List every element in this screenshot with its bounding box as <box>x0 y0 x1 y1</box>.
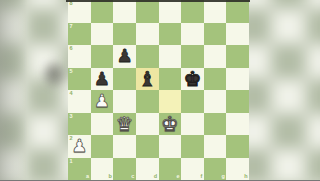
square-e7[interactable] <box>159 23 182 46</box>
rank-label-6: 6 <box>70 46 73 52</box>
square-f3[interactable] <box>181 113 204 136</box>
square-d2[interactable] <box>136 135 159 158</box>
piece-white-queen[interactable]: ♛ <box>113 113 136 136</box>
square-d6[interactable] <box>136 45 159 68</box>
square-d3[interactable] <box>136 113 159 136</box>
square-e5[interactable] <box>159 68 182 91</box>
square-f6[interactable] <box>181 45 204 68</box>
square-d7[interactable] <box>136 23 159 46</box>
file-label-f: f <box>200 174 202 180</box>
square-f7[interactable] <box>181 23 204 46</box>
square-g1[interactable]: g <box>204 158 227 181</box>
piece-black-pawn[interactable]: ♟ <box>91 68 114 91</box>
square-g5[interactable] <box>204 68 227 91</box>
square-h7[interactable] <box>226 23 249 46</box>
piece-white-pawn[interactable]: ♟ <box>68 135 91 158</box>
rank-label-5: 5 <box>70 69 73 75</box>
square-a6[interactable]: 6 <box>68 45 91 68</box>
square-e6[interactable] <box>159 45 182 68</box>
square-g7[interactable] <box>204 23 227 46</box>
square-e3[interactable]: ♚ <box>159 113 182 136</box>
square-d8[interactable] <box>136 0 159 23</box>
piece-black-king[interactable]: ♚ <box>181 68 204 91</box>
square-f1[interactable]: f <box>181 158 204 181</box>
chess-board: 876♟5♟♝♚4♟3♛♚2♟1abcdefgh <box>68 0 249 180</box>
square-c1[interactable]: c <box>113 158 136 181</box>
file-label-c: c <box>131 174 134 180</box>
square-b3[interactable] <box>91 113 114 136</box>
square-g2[interactable] <box>204 135 227 158</box>
square-c2[interactable] <box>113 135 136 158</box>
square-a5[interactable]: 5 <box>68 68 91 91</box>
square-h6[interactable] <box>226 45 249 68</box>
file-label-e: e <box>177 174 180 180</box>
square-a8[interactable]: 8 <box>68 0 91 23</box>
square-f5[interactable]: ♚ <box>181 68 204 91</box>
video-frame: 876♟5♟♝♚4♟3♛♚2♟1abcdefgh <box>0 0 320 180</box>
rank-label-1: 1 <box>70 159 73 165</box>
square-c6[interactable]: ♟ <box>113 45 136 68</box>
square-f4[interactable] <box>181 90 204 113</box>
square-a2[interactable]: 2♟ <box>68 135 91 158</box>
square-c7[interactable] <box>113 23 136 46</box>
square-c3[interactable]: ♛ <box>113 113 136 136</box>
rank-label-7: 7 <box>70 24 73 30</box>
square-c5[interactable] <box>113 68 136 91</box>
square-d4[interactable] <box>136 90 159 113</box>
square-a4[interactable]: 4 <box>68 90 91 113</box>
square-h2[interactable] <box>226 135 249 158</box>
square-b2[interactable] <box>91 135 114 158</box>
square-h3[interactable] <box>226 113 249 136</box>
piece-white-king[interactable]: ♚ <box>159 113 182 136</box>
square-e1[interactable]: e <box>159 158 182 181</box>
square-c4[interactable] <box>113 90 136 113</box>
square-g6[interactable] <box>204 45 227 68</box>
square-f8[interactable] <box>181 0 204 23</box>
square-h5[interactable] <box>226 68 249 91</box>
piece-black-bishop[interactable]: ♝ <box>136 68 159 91</box>
left-margin-shade <box>0 0 68 180</box>
square-d1[interactable]: d <box>136 158 159 181</box>
square-e2[interactable] <box>159 135 182 158</box>
square-g8[interactable] <box>204 0 227 23</box>
file-label-g: g <box>222 174 225 180</box>
square-b8[interactable] <box>91 0 114 23</box>
square-b1[interactable]: b <box>91 158 114 181</box>
square-a1[interactable]: 1a <box>68 158 91 181</box>
square-b6[interactable] <box>91 45 114 68</box>
rank-label-3: 3 <box>70 114 73 120</box>
square-a3[interactable]: 3 <box>68 113 91 136</box>
square-f2[interactable] <box>181 135 204 158</box>
file-label-a: a <box>86 174 89 180</box>
square-h1[interactable]: h <box>226 158 249 181</box>
rank-label-4: 4 <box>70 91 73 97</box>
square-g4[interactable] <box>204 90 227 113</box>
square-a7[interactable]: 7 <box>68 23 91 46</box>
square-h4[interactable] <box>226 90 249 113</box>
square-b7[interactable] <box>91 23 114 46</box>
square-b4[interactable]: ♟ <box>91 90 114 113</box>
square-d5[interactable]: ♝ <box>136 68 159 91</box>
square-e8[interactable] <box>159 0 182 23</box>
file-label-b: b <box>108 174 111 180</box>
square-b5[interactable]: ♟ <box>91 68 114 91</box>
piece-white-pawn[interactable]: ♟ <box>91 90 114 113</box>
file-label-h: h <box>244 174 247 180</box>
blurred-piece-shadow <box>40 58 68 90</box>
square-e4[interactable] <box>159 90 182 113</box>
square-g3[interactable] <box>204 113 227 136</box>
square-c8[interactable] <box>113 0 136 23</box>
top-edge-line <box>66 0 250 2</box>
square-h8[interactable] <box>226 0 249 23</box>
piece-black-pawn[interactable]: ♟ <box>113 45 136 68</box>
file-label-d: d <box>154 174 157 180</box>
